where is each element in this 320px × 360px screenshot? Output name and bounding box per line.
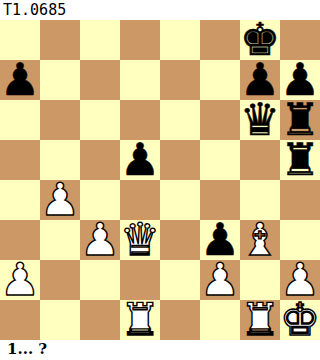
chess-board: ♚♟♟♟♛♜♟♜♟♟♛♟♝♟♟♟♜♜♚ (0, 20, 320, 340)
square-c3[interactable]: ♟ (80, 220, 120, 260)
white-pawn-a2: ♟ (0, 260, 40, 300)
puzzle-id-title: T1.0685 (3, 1, 66, 20)
square-c8[interactable] (80, 20, 120, 60)
square-c5[interactable] (80, 140, 120, 180)
white-bishop-g3: ♝ (240, 220, 280, 260)
white-pawn-c3: ♟ (80, 220, 120, 260)
square-e3[interactable] (160, 220, 200, 260)
square-a2[interactable]: ♟ (0, 260, 40, 300)
square-g6[interactable]: ♛ (240, 100, 280, 140)
white-rook-g1: ♜ (240, 300, 280, 340)
square-d5[interactable]: ♟ (120, 140, 160, 180)
square-e8[interactable] (160, 20, 200, 60)
square-e2[interactable] (160, 260, 200, 300)
black-pawn-d5: ♟ (120, 140, 160, 180)
black-rook-h5: ♜ (280, 140, 320, 180)
square-f2[interactable]: ♟ (200, 260, 240, 300)
square-b7[interactable] (40, 60, 80, 100)
square-e7[interactable] (160, 60, 200, 100)
square-d1[interactable]: ♜ (120, 300, 160, 340)
square-c7[interactable] (80, 60, 120, 100)
square-d3[interactable]: ♛ (120, 220, 160, 260)
square-h5[interactable]: ♜ (280, 140, 320, 180)
square-a6[interactable] (0, 100, 40, 140)
square-a7[interactable]: ♟ (0, 60, 40, 100)
square-g3[interactable]: ♝ (240, 220, 280, 260)
square-d7[interactable] (120, 60, 160, 100)
square-b4[interactable]: ♟ (40, 180, 80, 220)
square-f5[interactable] (200, 140, 240, 180)
square-g1[interactable]: ♜ (240, 300, 280, 340)
square-b2[interactable] (40, 260, 80, 300)
square-e1[interactable] (160, 300, 200, 340)
square-a1[interactable] (0, 300, 40, 340)
square-b8[interactable] (40, 20, 80, 60)
white-pawn-f2: ♟ (200, 260, 240, 300)
black-queen-g6: ♛ (240, 100, 280, 140)
square-a4[interactable] (0, 180, 40, 220)
square-e6[interactable] (160, 100, 200, 140)
move-prompt: 1... ? (7, 338, 47, 360)
black-pawn-a7: ♟ (0, 60, 40, 100)
square-c6[interactable] (80, 100, 120, 140)
white-pawn-b4: ♟ (40, 180, 80, 220)
square-f1[interactable] (200, 300, 240, 340)
square-b3[interactable] (40, 220, 80, 260)
white-queen-d3: ♛ (120, 220, 160, 260)
square-c1[interactable] (80, 300, 120, 340)
square-f6[interactable] (200, 100, 240, 140)
white-rook-d1: ♜ (120, 300, 160, 340)
square-h4[interactable] (280, 180, 320, 220)
square-e5[interactable] (160, 140, 200, 180)
square-e4[interactable] (160, 180, 200, 220)
square-a5[interactable] (0, 140, 40, 180)
square-c2[interactable] (80, 260, 120, 300)
square-d8[interactable] (120, 20, 160, 60)
white-king-h1: ♚ (280, 300, 320, 340)
square-g5[interactable] (240, 140, 280, 180)
square-f7[interactable] (200, 60, 240, 100)
square-b6[interactable] (40, 100, 80, 140)
square-h1[interactable]: ♚ (280, 300, 320, 340)
square-b1[interactable] (40, 300, 80, 340)
square-f8[interactable] (200, 20, 240, 60)
